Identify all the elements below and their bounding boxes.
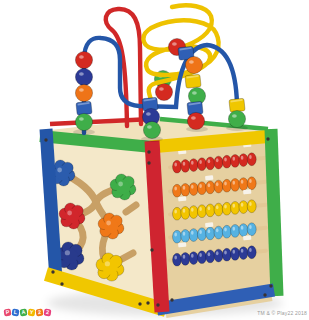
abacus-bead-sky-blue [197, 228, 206, 241]
abacus-bead-orange [214, 180, 223, 193]
screw [51, 270, 54, 273]
bead-highlight [241, 249, 244, 253]
bead-highlight [208, 159, 211, 163]
white-tab [178, 196, 186, 201]
bead-green-ball [228, 110, 245, 127]
bead-highlight [183, 255, 186, 259]
abacus-bead-red [247, 153, 256, 166]
bead-orange-ball [75, 84, 92, 101]
screw [170, 298, 173, 301]
abacus-bead-yellow [214, 203, 223, 216]
abacus-bead-sky-blue [189, 229, 198, 242]
white-tab [178, 242, 186, 247]
bead-highlight [174, 187, 177, 191]
bead-highlight [233, 250, 236, 254]
abacus-bead-navy [189, 252, 198, 265]
bead-highlight [199, 160, 202, 164]
screw [60, 282, 63, 285]
screw [156, 303, 159, 306]
abacus-bead-orange [239, 178, 248, 191]
bead-highlight [224, 158, 227, 162]
abacus-bead-navy [181, 252, 190, 265]
bead-highlight [191, 254, 194, 258]
abacus-bead-navy [247, 246, 256, 259]
abacus-bead-yellow [189, 206, 198, 219]
bead-highlight [249, 248, 252, 252]
bead-red-ball [155, 83, 172, 100]
bead-highlight [183, 186, 186, 190]
white-tab [243, 235, 251, 240]
abacus-bead-sky-blue [222, 225, 231, 238]
bead-highlight [208, 206, 211, 210]
bead-highlight [208, 252, 211, 256]
abacus-bead-red [173, 160, 182, 173]
abacus-bead-orange [189, 183, 198, 196]
bead-highlight [208, 229, 211, 233]
bead-orange-ball [185, 56, 202, 73]
abacus-bead-orange [247, 177, 256, 190]
logo-letter-2: 2 [44, 309, 52, 317]
bead-highlight [224, 228, 227, 232]
abacus-bead-navy [206, 250, 215, 263]
bead-highlight [174, 210, 177, 214]
brand-logo: PLAY22 [4, 309, 51, 316]
screw [150, 248, 153, 251]
bead-highlight [191, 185, 194, 189]
white-tab [205, 175, 213, 180]
bead-highlight [224, 251, 227, 255]
abacus-bead-sky-blue [239, 224, 248, 237]
abacus-bead-orange [206, 181, 215, 194]
bead-highlight [216, 205, 219, 209]
abacus-bead-yellow [206, 204, 215, 217]
bead-green-ball [75, 113, 92, 130]
bead-highlight [233, 204, 236, 208]
abacus-bead-red [239, 154, 248, 167]
screw [44, 138, 47, 141]
bead-highlight [216, 228, 219, 232]
right-post [271, 129, 277, 296]
bead-highlight [183, 209, 186, 213]
abacus-bead-navy [214, 249, 223, 262]
bead-highlight [174, 256, 177, 260]
bead-highlight [191, 208, 194, 212]
logo-letter-2: 2 [36, 309, 44, 317]
logo-letter-L: L [12, 309, 20, 317]
screw [146, 301, 149, 304]
screw [147, 161, 150, 164]
abacus-bead-orange [181, 183, 190, 196]
bead-highlight [241, 156, 244, 160]
screw [266, 137, 269, 140]
white-tab [205, 222, 213, 227]
abacus-bead-red [181, 159, 190, 172]
bead-highlight [233, 181, 236, 185]
abacus-bead-yellow [247, 200, 256, 213]
bead-red-ball [187, 112, 204, 129]
screw [147, 150, 150, 153]
abacus-bead-yellow [222, 202, 231, 215]
bead-highlight [233, 157, 236, 161]
screw [263, 293, 266, 296]
white-tab [243, 189, 251, 194]
product-photo: PLAY22 TM & © Play22 2018 [0, 0, 309, 320]
abacus-bead-red [189, 159, 198, 172]
abacus-bead-red [222, 155, 231, 168]
abacus-bead-yellow [181, 206, 190, 219]
abacus-bead-navy [173, 253, 182, 266]
abacus-bead-orange [222, 179, 231, 192]
abacus-bead-orange [197, 182, 206, 195]
bead-highlight [216, 182, 219, 186]
bead-navy-ball [75, 68, 92, 85]
bead-highlight [174, 233, 177, 237]
abacus-bead-sky-blue [214, 226, 223, 239]
bead-highlight [224, 205, 227, 209]
bead-highlight [208, 183, 211, 187]
activity-cube-illustration [0, 0, 309, 320]
abacus-bead-red [206, 157, 215, 170]
red-wire [106, 9, 141, 126]
copyright-text: TM & © Play22 2018 [257, 310, 307, 316]
bead-green-ball [143, 121, 160, 138]
abacus-bead-sky-blue [247, 223, 256, 236]
bead-highlight [241, 203, 244, 207]
abacus-bead-navy [239, 247, 248, 260]
abacus-bead-orange [231, 178, 240, 191]
bead-highlight [241, 226, 244, 230]
abacus-bead-navy [197, 251, 206, 264]
bead-highlight [183, 232, 186, 236]
abacus-bead-navy [222, 248, 231, 261]
bead-highlight [216, 251, 219, 255]
abacus-bead-red [231, 154, 240, 167]
bead-highlight [216, 158, 219, 162]
abacus-bead-yellow [239, 201, 248, 214]
bead-highlight [191, 231, 194, 235]
screw [269, 284, 272, 287]
bead-highlight [191, 161, 194, 165]
logo-letter-P: P [4, 309, 12, 317]
bead-red-ball [75, 51, 92, 68]
bead-highlight [241, 180, 244, 184]
abacus-bead-sky-blue [173, 230, 182, 243]
front-post [152, 141, 162, 312]
bead-highlight [249, 155, 252, 159]
screw [138, 302, 141, 305]
abacus-bead-sky-blue [181, 229, 190, 242]
bead-highlight [249, 225, 252, 229]
abacus-bead-red [214, 156, 223, 169]
abacus-bead-sky-blue [231, 224, 240, 237]
bead-highlight [199, 184, 202, 188]
abacus-bead-navy [231, 247, 240, 260]
abacus-bead-yellow [197, 205, 206, 218]
bead-highlight [199, 253, 202, 257]
bead-highlight [174, 163, 177, 167]
bead-highlight [183, 162, 186, 166]
bead-highlight [233, 227, 236, 231]
bead-highlight [249, 202, 252, 206]
abacus-bead-yellow [173, 207, 182, 220]
bead-highlight [199, 230, 202, 234]
abacus-bead-yellow [231, 201, 240, 214]
abacus-bead-orange [173, 184, 182, 197]
abacus-bead-sky-blue [206, 227, 215, 240]
abacus-bead-red [197, 158, 206, 171]
bead-maze-wires [84, 5, 237, 133]
bead-highlight [199, 207, 202, 211]
logo-letter-A: A [20, 309, 28, 317]
logo-letter-Y: Y [28, 309, 36, 317]
bead-highlight [224, 182, 227, 186]
bead-highlight [249, 179, 252, 183]
